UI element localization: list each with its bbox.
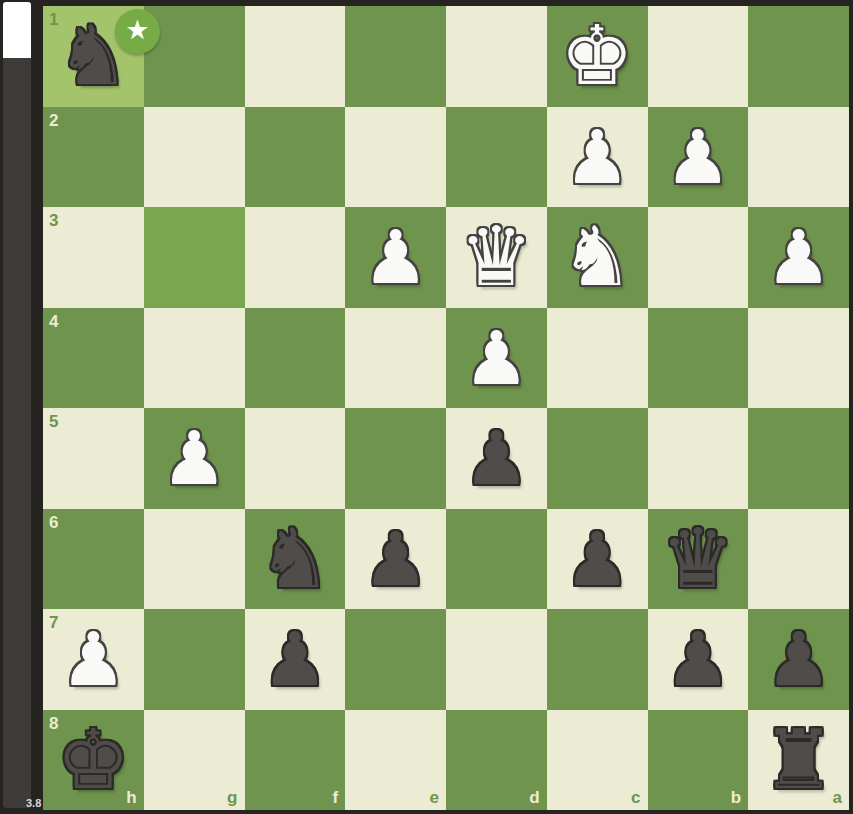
square-g4[interactable] bbox=[144, 308, 245, 409]
black-pawn[interactable]: ♟ bbox=[345, 509, 446, 610]
square-f2[interactable] bbox=[245, 107, 346, 208]
square-b1[interactable] bbox=[648, 6, 749, 107]
file-label-b: b bbox=[731, 789, 741, 806]
square-c3[interactable]: ♞ bbox=[547, 207, 648, 308]
white-queen[interactable]: ♛ bbox=[446, 207, 547, 308]
square-f5[interactable] bbox=[245, 408, 346, 509]
square-h3[interactable]: 3 bbox=[43, 207, 144, 308]
evaluation-bar-white-section bbox=[3, 2, 31, 58]
square-e3[interactable]: ♟ bbox=[345, 207, 446, 308]
black-pawn[interactable]: ♟ bbox=[547, 509, 648, 610]
file-label-d: d bbox=[529, 789, 539, 806]
square-f3[interactable] bbox=[245, 207, 346, 308]
square-h5[interactable]: 5 bbox=[43, 408, 144, 509]
rank-label-3: 3 bbox=[49, 212, 58, 229]
white-king[interactable]: ♚ bbox=[547, 6, 648, 107]
square-d1[interactable] bbox=[446, 6, 547, 107]
square-e2[interactable] bbox=[345, 107, 446, 208]
black-pawn[interactable]: ♟ bbox=[748, 609, 849, 710]
rank-label-4: 4 bbox=[49, 313, 58, 330]
square-e8[interactable]: e bbox=[345, 710, 446, 811]
square-d8[interactable]: d bbox=[446, 710, 547, 811]
black-pawn[interactable]: ♟ bbox=[648, 609, 749, 710]
square-h6[interactable]: 6 bbox=[43, 509, 144, 610]
square-a3[interactable]: ♟ bbox=[748, 207, 849, 308]
file-label-g: g bbox=[227, 789, 237, 806]
square-d4[interactable]: ♟ bbox=[446, 308, 547, 409]
square-d3[interactable]: ♛ bbox=[446, 207, 547, 308]
black-queen[interactable]: ♛ bbox=[648, 509, 749, 610]
square-a2[interactable] bbox=[748, 107, 849, 208]
black-rook[interactable]: ♜ bbox=[748, 710, 849, 811]
square-c2[interactable]: ♟ bbox=[547, 107, 648, 208]
square-f6[interactable]: ♞ bbox=[245, 509, 346, 610]
square-e1[interactable] bbox=[345, 6, 446, 107]
white-pawn[interactable]: ♟ bbox=[748, 207, 849, 308]
square-h8[interactable]: 8h♚ bbox=[43, 710, 144, 811]
black-king[interactable]: ♚ bbox=[43, 710, 144, 811]
square-a6[interactable] bbox=[748, 509, 849, 610]
square-b6[interactable]: ♛ bbox=[648, 509, 749, 610]
square-f7[interactable]: ♟ bbox=[245, 609, 346, 710]
square-c6[interactable]: ♟ bbox=[547, 509, 648, 610]
square-f8[interactable]: f bbox=[245, 710, 346, 811]
square-h7[interactable]: 7♟ bbox=[43, 609, 144, 710]
white-pawn[interactable]: ♟ bbox=[144, 408, 245, 509]
square-a7[interactable]: ♟ bbox=[748, 609, 849, 710]
square-e6[interactable]: ♟ bbox=[345, 509, 446, 610]
square-f4[interactable] bbox=[245, 308, 346, 409]
white-pawn[interactable]: ♟ bbox=[648, 107, 749, 208]
rank-label-5: 5 bbox=[49, 413, 58, 430]
black-pawn[interactable]: ♟ bbox=[446, 408, 547, 509]
square-e4[interactable] bbox=[345, 308, 446, 409]
square-a5[interactable] bbox=[748, 408, 849, 509]
square-a4[interactable] bbox=[748, 308, 849, 409]
square-g1[interactable] bbox=[144, 6, 245, 107]
white-pawn[interactable]: ♟ bbox=[446, 308, 547, 409]
file-label-f: f bbox=[333, 789, 339, 806]
square-a8[interactable]: a♜ bbox=[748, 710, 849, 811]
square-d7[interactable] bbox=[446, 609, 547, 710]
square-d2[interactable] bbox=[446, 107, 547, 208]
file-label-c: c bbox=[631, 789, 640, 806]
square-b4[interactable] bbox=[648, 308, 749, 409]
square-g6[interactable] bbox=[144, 509, 245, 610]
black-pawn[interactable]: ♟ bbox=[245, 609, 346, 710]
square-b7[interactable]: ♟ bbox=[648, 609, 749, 710]
square-h2[interactable]: 2 bbox=[43, 107, 144, 208]
best-move-badge: ★ bbox=[115, 9, 160, 54]
square-c8[interactable]: c bbox=[547, 710, 648, 811]
file-label-e: e bbox=[430, 789, 439, 806]
square-h4[interactable]: 4 bbox=[43, 308, 144, 409]
square-b2[interactable]: ♟ bbox=[648, 107, 749, 208]
square-e5[interactable] bbox=[345, 408, 446, 509]
chess-board: 1♞★♚2♟♟3♟♛♞♟4♟5♟♟6♞♟♟♛7♟♟♟♟8h♚gfedcba♜ bbox=[43, 6, 849, 810]
square-b3[interactable] bbox=[648, 207, 749, 308]
white-pawn[interactable]: ♟ bbox=[345, 207, 446, 308]
rank-label-6: 6 bbox=[49, 514, 58, 531]
square-g3[interactable] bbox=[144, 207, 245, 308]
square-d6[interactable] bbox=[446, 509, 547, 610]
square-b8[interactable]: b bbox=[648, 710, 749, 811]
square-b5[interactable] bbox=[648, 408, 749, 509]
rank-label-2: 2 bbox=[49, 112, 58, 129]
square-d5[interactable]: ♟ bbox=[446, 408, 547, 509]
white-pawn[interactable]: ♟ bbox=[547, 107, 648, 208]
square-g7[interactable] bbox=[144, 609, 245, 710]
white-pawn[interactable]: ♟ bbox=[43, 609, 144, 710]
square-g2[interactable] bbox=[144, 107, 245, 208]
square-e7[interactable] bbox=[345, 609, 446, 710]
square-c7[interactable] bbox=[547, 609, 648, 710]
star-icon: ★ bbox=[125, 17, 149, 44]
square-c1[interactable]: ♚ bbox=[547, 6, 648, 107]
evaluation-bar bbox=[3, 2, 31, 808]
square-c5[interactable] bbox=[547, 408, 648, 509]
black-knight[interactable]: ♞ bbox=[245, 509, 346, 610]
square-a1[interactable] bbox=[748, 6, 849, 107]
evaluation-score: 3.8 bbox=[26, 797, 41, 809]
square-c4[interactable] bbox=[547, 308, 648, 409]
square-g5[interactable]: ♟ bbox=[144, 408, 245, 509]
square-g8[interactable]: g bbox=[144, 710, 245, 811]
square-h1[interactable]: 1♞★ bbox=[43, 6, 144, 107]
white-knight[interactable]: ♞ bbox=[547, 207, 648, 308]
square-f1[interactable] bbox=[245, 6, 346, 107]
